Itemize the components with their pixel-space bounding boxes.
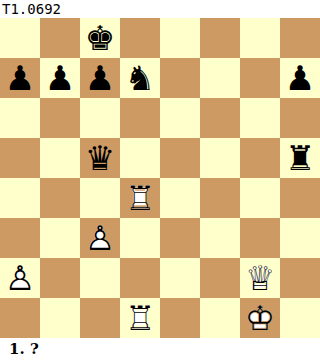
square-c7[interactable]: ♟	[80, 58, 120, 98]
square-g6[interactable]	[240, 98, 280, 138]
piece-black-pawn: ♟	[80, 58, 120, 98]
square-a1[interactable]	[0, 298, 40, 338]
square-f2[interactable]	[200, 258, 240, 298]
piece-white-rook-outline: ♖	[120, 178, 160, 218]
square-b7[interactable]: ♟	[40, 58, 80, 98]
square-g1[interactable]: ♚♔	[240, 298, 280, 338]
piece-white-pawn: ♟	[80, 218, 120, 258]
piece-black-pawn: ♟	[40, 58, 80, 98]
square-b4[interactable]	[40, 178, 80, 218]
move-prompt: 1. ?	[9, 340, 39, 358]
square-e7[interactable]	[160, 58, 200, 98]
square-c2[interactable]	[80, 258, 120, 298]
square-h6[interactable]	[280, 98, 320, 138]
square-d2[interactable]	[120, 258, 160, 298]
square-a2[interactable]: ♟♙	[0, 258, 40, 298]
square-h7[interactable]: ♟	[280, 58, 320, 98]
square-f1[interactable]	[200, 298, 240, 338]
square-d7[interactable]: ♞	[120, 58, 160, 98]
square-h2[interactable]	[280, 258, 320, 298]
square-e3[interactable]	[160, 218, 200, 258]
piece-black-rook: ♜	[280, 138, 320, 178]
square-f6[interactable]	[200, 98, 240, 138]
square-c8[interactable]: ♚	[80, 18, 120, 58]
piece-white-rook-outline: ♖	[120, 298, 160, 338]
piece-white-king-outline: ♔	[240, 298, 280, 338]
square-a3[interactable]	[0, 218, 40, 258]
square-b6[interactable]	[40, 98, 80, 138]
square-e5[interactable]	[160, 138, 200, 178]
square-d3[interactable]	[120, 218, 160, 258]
piece-black-knight: ♞	[120, 58, 160, 98]
square-f5[interactable]	[200, 138, 240, 178]
square-f7[interactable]	[200, 58, 240, 98]
square-h4[interactable]	[280, 178, 320, 218]
piece-black-king: ♚	[80, 18, 120, 58]
chess-board: ♚♟♟♟♞♟♛♜♜♖♟♙♟♙♛♕♜♖♚♔	[0, 18, 320, 338]
square-e6[interactable]	[160, 98, 200, 138]
square-d5[interactable]	[120, 138, 160, 178]
piece-white-pawn-outline: ♙	[80, 218, 120, 258]
square-e4[interactable]	[160, 178, 200, 218]
piece-white-pawn: ♟	[0, 258, 40, 298]
square-c4[interactable]	[80, 178, 120, 218]
square-c1[interactable]	[80, 298, 120, 338]
square-h8[interactable]	[280, 18, 320, 58]
piece-white-pawn-outline: ♙	[0, 258, 40, 298]
square-b2[interactable]	[40, 258, 80, 298]
square-g4[interactable]	[240, 178, 280, 218]
square-a5[interactable]	[0, 138, 40, 178]
piece-white-rook: ♜	[120, 178, 160, 218]
piece-white-queen-outline: ♕	[240, 258, 280, 298]
square-h3[interactable]	[280, 218, 320, 258]
square-f8[interactable]	[200, 18, 240, 58]
square-f4[interactable]	[200, 178, 240, 218]
square-f3[interactable]	[200, 218, 240, 258]
square-h5[interactable]: ♜	[280, 138, 320, 178]
puzzle-id: T1.0692	[2, 1, 61, 17]
square-c5[interactable]: ♛	[80, 138, 120, 178]
square-g3[interactable]	[240, 218, 280, 258]
piece-white-king: ♚	[240, 298, 280, 338]
square-a8[interactable]	[0, 18, 40, 58]
piece-black-pawn: ♟	[280, 58, 320, 98]
square-h1[interactable]	[280, 298, 320, 338]
square-e1[interactable]	[160, 298, 200, 338]
square-g7[interactable]	[240, 58, 280, 98]
piece-white-queen: ♛	[240, 258, 280, 298]
square-g5[interactable]	[240, 138, 280, 178]
square-c3[interactable]: ♟♙	[80, 218, 120, 258]
square-a4[interactable]	[0, 178, 40, 218]
square-d6[interactable]	[120, 98, 160, 138]
square-g8[interactable]	[240, 18, 280, 58]
square-d4[interactable]: ♜♖	[120, 178, 160, 218]
piece-black-queen: ♛	[80, 138, 120, 178]
square-b5[interactable]	[40, 138, 80, 178]
square-a6[interactable]	[0, 98, 40, 138]
piece-white-rook: ♜	[120, 298, 160, 338]
square-g2[interactable]: ♛♕	[240, 258, 280, 298]
square-d8[interactable]	[120, 18, 160, 58]
square-a7[interactable]: ♟	[0, 58, 40, 98]
square-e8[interactable]	[160, 18, 200, 58]
square-b1[interactable]	[40, 298, 80, 338]
square-c6[interactable]	[80, 98, 120, 138]
square-b8[interactable]	[40, 18, 80, 58]
square-e2[interactable]	[160, 258, 200, 298]
square-d1[interactable]: ♜♖	[120, 298, 160, 338]
piece-black-pawn: ♟	[0, 58, 40, 98]
square-b3[interactable]	[40, 218, 80, 258]
